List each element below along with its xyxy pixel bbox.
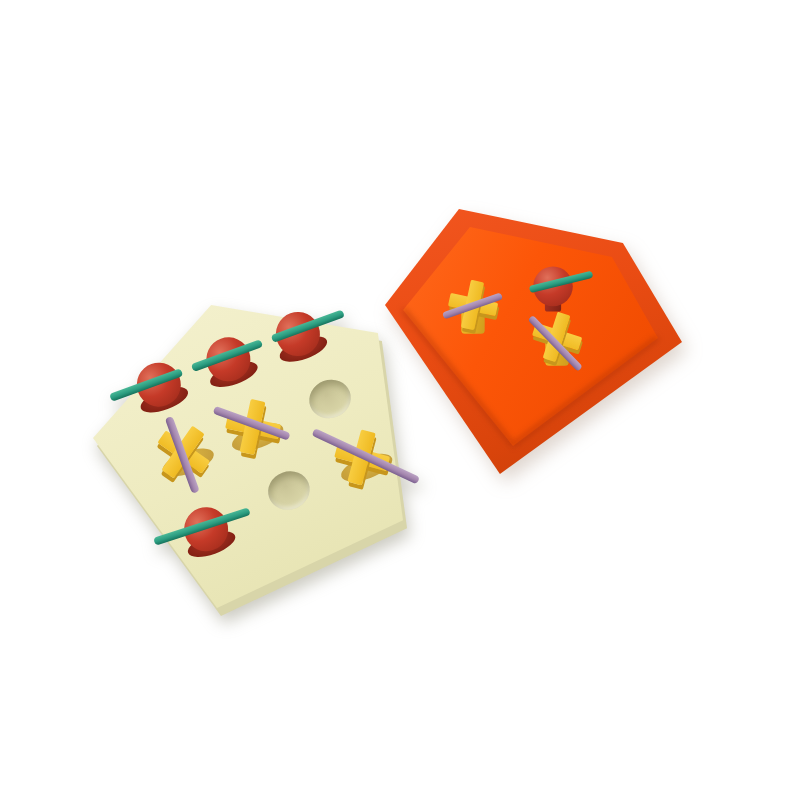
game-board-pentagon: ●●●✚✚●✚: [93, 305, 403, 608]
lid-tray-pentagon: ✚●✚: [385, 209, 682, 474]
product-photo-scene: ✚●✚ ●●●✚✚●✚: [0, 0, 800, 800]
empty-hole-r3c2[interactable]: [263, 466, 315, 516]
tray-pieces-layer: ✚●✚: [385, 209, 682, 474]
cross-head: [525, 305, 589, 369]
empty-hole-r2c3[interactable]: [304, 374, 356, 424]
